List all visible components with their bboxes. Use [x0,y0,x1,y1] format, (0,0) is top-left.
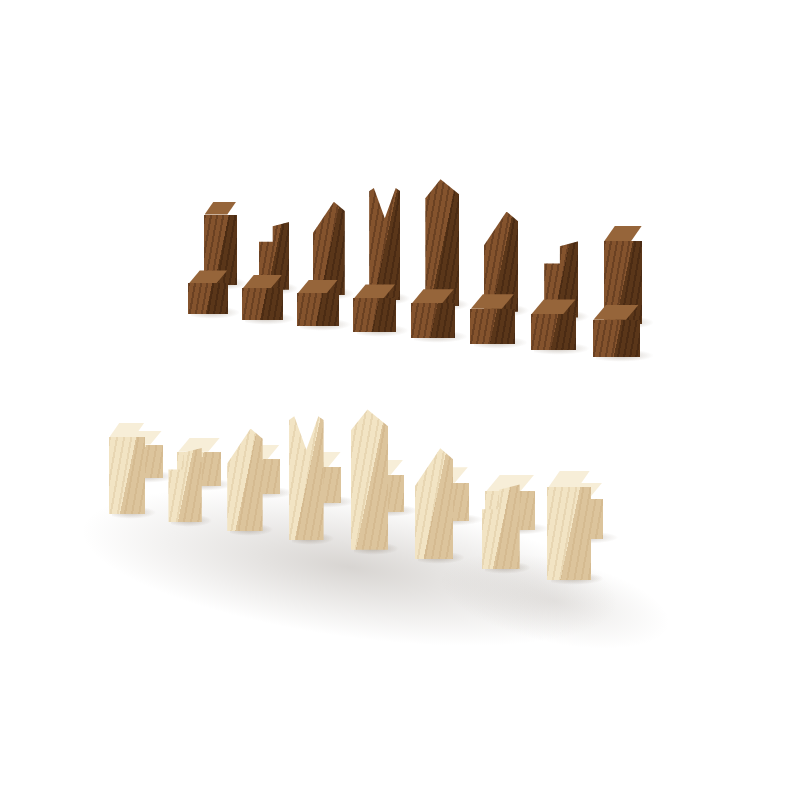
square-g4[interactable] [494,425,567,469]
piece-white-knight-b1[interactable]: ♘ [168,445,201,522]
piece-top-face [243,275,282,288]
square-f6[interactable] [450,350,520,390]
piece-white-bishop-f1[interactable]: ♗ [415,448,453,559]
piece-top-face [604,226,641,241]
square-h6[interactable] [575,363,646,404]
square-f5[interactable] [441,383,512,425]
piece-body [289,416,323,540]
piece-top-face [531,299,575,314]
piece-white-king-e1[interactable]: ♔ [351,409,388,549]
piece-body [188,283,228,314]
pieces-layer: ♜♞♝♛♚♝♞♜♟♟♟♟♟♟♟♟♙♙♙♙♙♙♙♙♖♘♗♕♔♗♘♖ [0,0,800,800]
piece-body [227,429,262,532]
piece-body [470,309,515,344]
piece-black-king-e8[interactable]: ♚ [425,179,459,306]
piece-top-face [548,471,590,488]
square-g5[interactable] [503,390,575,432]
piece-body [415,448,453,559]
piece-body [482,481,520,569]
piece-white-knight-g1[interactable]: ♘ [482,481,520,569]
square-a5[interactable] [152,351,220,389]
piece-white-rook-a1[interactable]: ♖ [109,423,145,514]
piece-black-pawn-h7[interactable]: ♟ [593,305,640,357]
square-c5[interactable] [263,363,332,403]
piece-body [242,288,283,320]
square-b4[interactable] [194,389,263,429]
piece-body [168,445,201,522]
piece-body [109,437,145,514]
square-h5[interactable] [567,397,640,440]
square-b5[interactable] [207,357,275,396]
piece-top-face [298,280,338,294]
square-e5[interactable] [380,376,450,417]
piece-black-pawn-e7[interactable]: ♟ [411,289,455,337]
piece-body [531,314,577,350]
piece-top-face [205,202,237,215]
piece-black-pawn-c7[interactable]: ♟ [297,280,339,326]
piece-white-bishop-c1[interactable]: ♗ [227,429,262,532]
piece-body [351,409,388,549]
square-e6[interactable] [390,344,459,383]
piece-black-pawn-a7[interactable]: ♟ [188,270,228,314]
piece-top-face [189,270,227,283]
square-d5[interactable] [321,370,391,410]
piece-body [411,303,455,337]
piece-white-queen-d1[interactable]: ♕ [289,416,323,540]
piece-black-pawn-f7[interactable]: ♟ [470,294,515,344]
piece-top-face [110,423,145,437]
square-b6[interactable] [219,326,286,364]
piece-body [425,179,459,306]
square-a4[interactable] [138,383,207,423]
piece-top-face [354,284,395,298]
piece-body [353,298,396,331]
chess-product-photo: ♜♞♝♛♚♝♞♜♟♟♟♟♟♟♟♟♙♙♙♙♙♙♙♙♖♘♗♕♔♗♘♖ [0,0,800,800]
piece-body [297,293,339,326]
piece-black-pawn-b7[interactable]: ♟ [242,275,283,320]
piece-top-face [471,294,514,309]
square-a6[interactable] [165,320,232,357]
piece-white-rook-h1[interactable]: ♖ [547,471,590,580]
square-c6[interactable] [275,332,343,370]
piece-body [547,487,590,579]
square-d6[interactable] [332,338,401,377]
piece-body [593,320,640,357]
piece-top-face [412,289,454,303]
piece-top-face [593,305,638,320]
piece-black-pawn-g7[interactable]: ♟ [531,299,577,350]
piece-black-pawn-d7[interactable]: ♟ [353,284,396,331]
square-g6[interactable] [512,356,583,397]
